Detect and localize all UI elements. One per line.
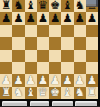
window-border xyxy=(98,0,100,106)
piece-black-rook[interactable]: ♜ xyxy=(1,0,11,11)
piece-white-pawn[interactable]: ♟ xyxy=(74,74,84,85)
square-c5[interactable] xyxy=(25,37,37,49)
piece-white-king[interactable]: ♚ xyxy=(50,87,60,98)
piece-white-pawn[interactable]: ♟ xyxy=(87,74,97,85)
square-f6[interactable] xyxy=(61,25,73,37)
square-f3[interactable] xyxy=(61,62,73,74)
square-c3[interactable] xyxy=(25,62,37,74)
square-d7[interactable]: ♟ xyxy=(37,12,49,24)
square-e2[interactable]: ♟ xyxy=(49,74,61,86)
piece-white-pawn[interactable]: ♟ xyxy=(13,74,23,85)
square-b2[interactable]: ♟ xyxy=(12,74,24,86)
piece-white-knight[interactable]: ♞ xyxy=(74,87,84,98)
piece-black-pawn[interactable]: ♟ xyxy=(50,12,60,23)
square-g7[interactable]: ♟ xyxy=(74,12,86,24)
square-a2[interactable]: ♟ xyxy=(0,74,12,86)
square-d5[interactable] xyxy=(37,37,49,49)
square-g5[interactable] xyxy=(74,37,86,49)
square-d3[interactable] xyxy=(37,62,49,74)
square-f4[interactable] xyxy=(61,50,73,62)
piece-black-pawn[interactable]: ♟ xyxy=(38,12,48,23)
square-a5[interactable] xyxy=(0,37,12,49)
square-e3[interactable] xyxy=(49,62,61,74)
square-b6[interactable] xyxy=(12,25,24,37)
square-c7[interactable]: ♟ xyxy=(25,12,37,24)
piece-black-pawn[interactable]: ♟ xyxy=(25,12,35,23)
piece-black-knight[interactable]: ♞ xyxy=(13,0,23,11)
square-e4[interactable] xyxy=(49,50,61,62)
toolbar-button-2[interactable] xyxy=(30,101,49,107)
square-d8[interactable]: ♛ xyxy=(37,0,49,12)
square-h5[interactable] xyxy=(86,37,98,49)
square-g4[interactable] xyxy=(74,50,86,62)
chess-window: ♜♞♝♛♚♝♞♜♟♟♟♟♟♟♟♟♟♟♟♟♟♟♟♟♜♞♝♛♚♝♞♜ xyxy=(0,0,100,106)
piece-black-pawn[interactable]: ♟ xyxy=(74,12,84,23)
square-g6[interactable] xyxy=(74,25,86,37)
piece-white-bishop[interactable]: ♝ xyxy=(62,87,72,98)
square-a3[interactable] xyxy=(0,62,12,74)
square-a7[interactable]: ♟ xyxy=(0,12,12,24)
toolbar-button-1[interactable] xyxy=(2,101,27,107)
square-b4[interactable] xyxy=(12,50,24,62)
piece-black-knight[interactable]: ♞ xyxy=(74,0,84,11)
square-g1[interactable]: ♞ xyxy=(74,87,86,99)
square-h7[interactable]: ♟ xyxy=(86,12,98,24)
square-f5[interactable] xyxy=(61,37,73,49)
piece-black-pawn[interactable]: ♟ xyxy=(62,12,72,23)
piece-white-rook[interactable]: ♜ xyxy=(1,87,11,98)
square-h2[interactable]: ♟ xyxy=(86,74,98,86)
square-c2[interactable]: ♟ xyxy=(25,74,37,86)
square-g8[interactable]: ♞ xyxy=(74,0,86,12)
piece-black-bishop[interactable]: ♝ xyxy=(62,0,72,11)
piece-white-pawn[interactable]: ♟ xyxy=(25,74,35,85)
piece-white-pawn[interactable]: ♟ xyxy=(62,74,72,85)
square-h1[interactable]: ♜ xyxy=(86,87,98,99)
square-b3[interactable] xyxy=(12,62,24,74)
square-a1[interactable]: ♜ xyxy=(0,87,12,99)
square-b5[interactable] xyxy=(12,37,24,49)
square-h3[interactable] xyxy=(86,62,98,74)
piece-white-pawn[interactable]: ♟ xyxy=(1,74,11,85)
toolbar-button-3[interactable] xyxy=(52,101,73,107)
square-f2[interactable]: ♟ xyxy=(61,74,73,86)
square-h6[interactable] xyxy=(86,25,98,37)
square-b1[interactable]: ♞ xyxy=(12,87,24,99)
square-f8[interactable]: ♝ xyxy=(61,0,73,12)
square-e6[interactable] xyxy=(49,25,61,37)
titlebar-fragment xyxy=(86,0,98,7)
square-c4[interactable] xyxy=(25,50,37,62)
square-c1[interactable]: ♝ xyxy=(25,87,37,99)
piece-black-pawn[interactable]: ♟ xyxy=(1,12,11,23)
square-e7[interactable]: ♟ xyxy=(49,12,61,24)
square-h4[interactable] xyxy=(86,50,98,62)
square-e5[interactable] xyxy=(49,37,61,49)
square-e1[interactable]: ♚ xyxy=(49,87,61,99)
square-g2[interactable]: ♟ xyxy=(74,74,86,86)
toolbar-button-4[interactable] xyxy=(75,101,97,107)
square-c8[interactable]: ♝ xyxy=(25,0,37,12)
square-a8[interactable]: ♜ xyxy=(0,0,12,12)
piece-black-queen[interactable]: ♛ xyxy=(38,0,48,11)
piece-white-knight[interactable]: ♞ xyxy=(13,87,23,98)
piece-black-pawn[interactable]: ♟ xyxy=(87,12,97,23)
square-b7[interactable]: ♟ xyxy=(12,12,24,24)
piece-black-king[interactable]: ♚ xyxy=(50,0,60,11)
piece-white-pawn[interactable]: ♟ xyxy=(38,74,48,85)
piece-black-pawn[interactable]: ♟ xyxy=(13,12,23,23)
square-f7[interactable]: ♟ xyxy=(61,12,73,24)
square-a6[interactable] xyxy=(0,25,12,37)
square-d1[interactable]: ♛ xyxy=(37,87,49,99)
toolbar xyxy=(0,99,100,106)
piece-white-queen[interactable]: ♛ xyxy=(38,87,48,98)
square-d4[interactable] xyxy=(37,50,49,62)
square-g3[interactable] xyxy=(74,62,86,74)
square-d6[interactable] xyxy=(37,25,49,37)
piece-white-rook[interactable]: ♜ xyxy=(87,87,97,98)
square-c6[interactable] xyxy=(25,25,37,37)
square-b8[interactable]: ♞ xyxy=(12,0,24,12)
square-a4[interactable] xyxy=(0,50,12,62)
square-e8[interactable]: ♚ xyxy=(49,0,61,12)
square-f1[interactable]: ♝ xyxy=(61,87,73,99)
square-d2[interactable]: ♟ xyxy=(37,74,49,86)
board: ♜♞♝♛♚♝♞♜♟♟♟♟♟♟♟♟♟♟♟♟♟♟♟♟♜♞♝♛♚♝♞♜ xyxy=(0,0,98,99)
piece-white-pawn[interactable]: ♟ xyxy=(50,74,60,85)
piece-black-bishop[interactable]: ♝ xyxy=(25,0,35,11)
piece-white-bishop[interactable]: ♝ xyxy=(25,87,35,98)
